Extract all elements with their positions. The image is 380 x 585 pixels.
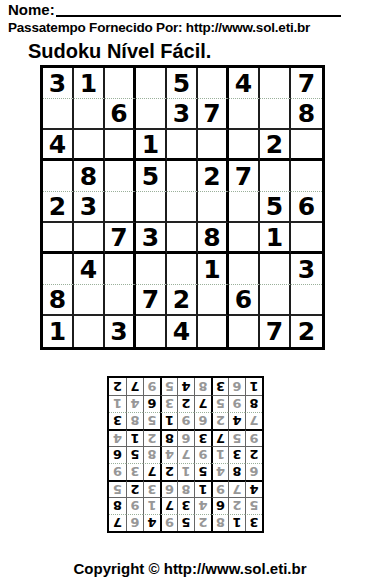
solution-cell-r9c3: 3 bbox=[211, 378, 228, 395]
solution-cell-r5c8: 5 bbox=[126, 446, 143, 463]
cell-r4c3[interactable] bbox=[105, 161, 136, 192]
solution-cell-r2c5: 3 bbox=[177, 497, 194, 514]
solution-cell-r3c9: 5 bbox=[109, 480, 126, 497]
cell-r3c6[interactable] bbox=[198, 130, 229, 161]
solution-cell-r7c7: 5 bbox=[143, 412, 160, 429]
cell-r2c4[interactable] bbox=[136, 99, 167, 130]
sudoku-puzzle-grid: 315476378412852723567381413872613472 bbox=[40, 65, 325, 350]
solution-cell-r5c5: 7 bbox=[177, 446, 194, 463]
cell-r1c6[interactable] bbox=[198, 68, 229, 99]
cell-r8c7: 6 bbox=[229, 285, 260, 316]
cell-r5c8: 5 bbox=[260, 192, 291, 223]
cell-r8c4: 7 bbox=[136, 285, 167, 316]
solution-cell-r8c8: 4 bbox=[126, 395, 143, 412]
cell-r1c2: 1 bbox=[74, 68, 105, 99]
cell-r6c3: 7 bbox=[105, 223, 136, 254]
cell-r3c3[interactable] bbox=[105, 130, 136, 161]
solution-cell-r1c9: 7 bbox=[109, 514, 126, 531]
solution-cell-r2c8: 9 bbox=[126, 497, 143, 514]
cell-r2c8[interactable] bbox=[260, 99, 291, 130]
solution-cell-r7c3: 2 bbox=[211, 412, 228, 429]
solution-cell-r6c4: 3 bbox=[194, 429, 211, 446]
cell-r4c8[interactable] bbox=[260, 161, 291, 192]
solution-cell-r3c2: 7 bbox=[228, 480, 245, 497]
solution-cell-r5c2: 3 bbox=[228, 446, 245, 463]
solution-cell-r3c7: 3 bbox=[143, 480, 160, 497]
cell-r8c8[interactable] bbox=[260, 285, 291, 316]
cell-r1c8[interactable] bbox=[260, 68, 291, 99]
solution-cell-r2c9: 8 bbox=[109, 497, 126, 514]
solution-cell-r2c4: 4 bbox=[194, 497, 211, 514]
solution-cell-r1c6: 9 bbox=[160, 514, 177, 531]
solution-cell-r4c2: 8 bbox=[228, 463, 245, 480]
solution-cell-r2c6: 7 bbox=[160, 497, 177, 514]
solution-cell-r4c4: 5 bbox=[194, 463, 211, 480]
cell-r3c4: 1 bbox=[136, 130, 167, 161]
solution-cell-r4c5: 1 bbox=[177, 463, 194, 480]
cell-r1c9: 7 bbox=[291, 68, 322, 99]
cell-r1c4[interactable] bbox=[136, 68, 167, 99]
cell-r6c7[interactable] bbox=[229, 223, 260, 254]
cell-r4c1[interactable] bbox=[43, 161, 74, 192]
solution-cell-r7c6: 1 bbox=[160, 412, 177, 429]
page-title: Sudoku Nível Fácil. bbox=[28, 40, 211, 63]
solution-cell-r8c1: 8 bbox=[245, 395, 262, 412]
cell-r8c6[interactable] bbox=[198, 285, 229, 316]
cell-r8c2[interactable] bbox=[74, 285, 105, 316]
cell-r5c6[interactable] bbox=[198, 192, 229, 223]
cell-r7c3[interactable] bbox=[105, 254, 136, 285]
cell-r9c1: 1 bbox=[43, 316, 74, 347]
solution-cell-r1c2: 1 bbox=[228, 514, 245, 531]
solution-cell-r9c9: 2 bbox=[109, 378, 126, 395]
solution-cell-r3c4: 1 bbox=[194, 480, 211, 497]
solution-cell-r6c3: 7 bbox=[211, 429, 228, 446]
cell-r9c9: 2 bbox=[291, 316, 322, 347]
solution-cell-r7c1: 7 bbox=[245, 412, 262, 429]
solution-cell-r1c8: 6 bbox=[126, 514, 143, 531]
cell-r5c4[interactable] bbox=[136, 192, 167, 223]
cell-r4c7: 7 bbox=[229, 161, 260, 192]
solution-cell-r1c5: 5 bbox=[177, 514, 194, 531]
cell-r7c6: 1 bbox=[198, 254, 229, 285]
solution-cell-r8c2: 9 bbox=[228, 395, 245, 412]
name-blank-line bbox=[56, 0, 341, 17]
cell-r6c4: 3 bbox=[136, 223, 167, 254]
cell-r8c9[interactable] bbox=[291, 285, 322, 316]
cell-r5c7[interactable] bbox=[229, 192, 260, 223]
cell-r2c1[interactable] bbox=[43, 99, 74, 130]
solution-cell-r9c7: 9 bbox=[143, 378, 160, 395]
cell-r5c2: 3 bbox=[74, 192, 105, 223]
solution-cell-r5c7: 8 bbox=[143, 446, 160, 463]
cell-r3c1: 4 bbox=[43, 130, 74, 161]
cell-r7c9: 3 bbox=[291, 254, 322, 285]
cell-r8c3[interactable] bbox=[105, 285, 136, 316]
solution-cell-r9c2: 6 bbox=[228, 378, 245, 395]
cell-r8c1: 8 bbox=[43, 285, 74, 316]
solution-cell-r3c3: 9 bbox=[211, 480, 228, 497]
cell-r2c9: 8 bbox=[291, 99, 322, 130]
cell-r9c3: 3 bbox=[105, 316, 136, 347]
printable-sudoku-page: Nome: Passatempo Fornecido Por: http://w… bbox=[0, 0, 380, 585]
solution-cell-r6c8: 1 bbox=[126, 429, 143, 446]
cell-r7c7[interactable] bbox=[229, 254, 260, 285]
solution-cell-r4c8: 3 bbox=[126, 463, 143, 480]
cell-r5c9: 6 bbox=[291, 192, 322, 223]
solution-cell-r6c6: 8 bbox=[160, 429, 177, 446]
cell-r9c2[interactable] bbox=[74, 316, 105, 347]
solution-cell-r4c7: 7 bbox=[143, 463, 160, 480]
cell-r1c1: 3 bbox=[43, 68, 74, 99]
solution-cell-r4c3: 4 bbox=[211, 463, 228, 480]
cell-r3c2[interactable] bbox=[74, 130, 105, 161]
solution-cell-r1c4: 2 bbox=[194, 514, 211, 531]
solution-cell-r2c7: 1 bbox=[143, 497, 160, 514]
solution-cell-r7c2: 4 bbox=[228, 412, 245, 429]
solution-cell-r1c3: 8 bbox=[211, 514, 228, 531]
sudoku-solution-grid-rotated: 3182594675264371984791863256845127392319… bbox=[107, 376, 264, 533]
cell-r5c5[interactable] bbox=[167, 192, 198, 223]
solution-cell-r3c1: 4 bbox=[245, 480, 262, 497]
cell-r1c3[interactable] bbox=[105, 68, 136, 99]
solution-cell-r9c4: 8 bbox=[194, 378, 211, 395]
solution-cell-r1c1: 3 bbox=[245, 514, 262, 531]
cell-r9c5: 4 bbox=[167, 316, 198, 347]
cell-r4c6: 2 bbox=[198, 161, 229, 192]
solution-cell-r6c5: 6 bbox=[177, 429, 194, 446]
solution-cell-r8c7: 6 bbox=[143, 395, 160, 412]
cell-r2c3: 6 bbox=[105, 99, 136, 130]
solution-cell-r5c3: 1 bbox=[211, 446, 228, 463]
cell-r3c5[interactable] bbox=[167, 130, 198, 161]
solution-cell-r8c6: 3 bbox=[160, 395, 177, 412]
solution-cell-r2c1: 5 bbox=[245, 497, 262, 514]
solution-cell-r4c6: 2 bbox=[160, 463, 177, 480]
solution-cell-r6c9: 4 bbox=[109, 429, 126, 446]
cell-r7c1[interactable] bbox=[43, 254, 74, 285]
solution-cell-r9c1: 1 bbox=[245, 378, 262, 395]
solution-cell-r9c8: 7 bbox=[126, 378, 143, 395]
cell-r3c9[interactable] bbox=[291, 130, 322, 161]
cell-r6c5[interactable] bbox=[167, 223, 198, 254]
cell-r9c8: 7 bbox=[260, 316, 291, 347]
solution-cell-r6c2: 5 bbox=[228, 429, 245, 446]
solution-cell-r5c9: 6 bbox=[109, 446, 126, 463]
cell-r6c1[interactable] bbox=[43, 223, 74, 254]
cell-r7c5[interactable] bbox=[167, 254, 198, 285]
solution-cell-r4c1: 6 bbox=[245, 463, 262, 480]
solution-cell-r3c5: 8 bbox=[177, 480, 194, 497]
cell-r8c5: 2 bbox=[167, 285, 198, 316]
solution-cell-r1c7: 4 bbox=[143, 514, 160, 531]
name-label: Nome: bbox=[8, 1, 55, 18]
solution-cell-r4c9: 9 bbox=[109, 463, 126, 480]
cell-r9c6[interactable] bbox=[198, 316, 229, 347]
cell-r2c7[interactable] bbox=[229, 99, 260, 130]
solution-cell-r3c6: 6 bbox=[160, 480, 177, 497]
solution-cell-r7c5: 9 bbox=[177, 412, 194, 429]
cell-r2c5: 3 bbox=[167, 99, 198, 130]
solution-cell-r2c3: 6 bbox=[211, 497, 228, 514]
cell-r1c7: 4 bbox=[229, 68, 260, 99]
cell-r7c4[interactable] bbox=[136, 254, 167, 285]
cell-r4c5[interactable] bbox=[167, 161, 198, 192]
cell-r5c1: 2 bbox=[43, 192, 74, 223]
solution-cell-r7c8: 8 bbox=[126, 412, 143, 429]
cell-r2c2[interactable] bbox=[74, 99, 105, 130]
solution-cell-r9c6: 5 bbox=[160, 378, 177, 395]
cell-r2c6: 7 bbox=[198, 99, 229, 130]
cell-r9c7[interactable] bbox=[229, 316, 260, 347]
cell-r9c4[interactable] bbox=[136, 316, 167, 347]
solution-cell-r7c4: 6 bbox=[194, 412, 211, 429]
cell-r6c9[interactable] bbox=[291, 223, 322, 254]
solution-cell-r8c3: 5 bbox=[211, 395, 228, 412]
solution-cell-r3c8: 2 bbox=[126, 480, 143, 497]
cell-r6c6: 8 bbox=[198, 223, 229, 254]
solution-cell-r6c1: 9 bbox=[245, 429, 262, 446]
solution-cell-r6c7: 2 bbox=[143, 429, 160, 446]
cell-r4c9[interactable] bbox=[291, 161, 322, 192]
cell-r6c8: 1 bbox=[260, 223, 291, 254]
solution-cell-r8c9: 1 bbox=[109, 395, 126, 412]
provided-by-text: Passatempo Fornecido Por: http://www.sol… bbox=[8, 20, 310, 35]
cell-r6c2[interactable] bbox=[74, 223, 105, 254]
cell-r7c8[interactable] bbox=[260, 254, 291, 285]
cell-r4c2: 8 bbox=[74, 161, 105, 192]
solution-cell-r9c5: 4 bbox=[177, 378, 194, 395]
cell-r4c4: 5 bbox=[136, 161, 167, 192]
cell-r5c3[interactable] bbox=[105, 192, 136, 223]
cell-r3c8: 2 bbox=[260, 130, 291, 161]
solution-cell-r7c9: 3 bbox=[109, 412, 126, 429]
solution-cell-r8c5: 2 bbox=[177, 395, 194, 412]
cell-r1c5: 5 bbox=[167, 68, 198, 99]
copyright-text: Copyright © http://www.sol.eti.br bbox=[0, 560, 380, 577]
solution-cell-r2c2: 2 bbox=[228, 497, 245, 514]
cell-r3c7[interactable] bbox=[229, 130, 260, 161]
solution-cell-r5c6: 4 bbox=[160, 446, 177, 463]
solution-cell-r5c4: 9 bbox=[194, 446, 211, 463]
solution-cell-r8c4: 7 bbox=[194, 395, 211, 412]
solution-cell-r5c1: 2 bbox=[245, 446, 262, 463]
cell-r7c2: 4 bbox=[74, 254, 105, 285]
